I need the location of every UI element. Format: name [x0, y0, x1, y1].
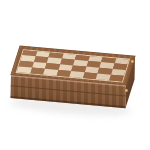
- brass-hinge-icon: [131, 60, 134, 63]
- board-square-dark: [109, 74, 124, 81]
- brass-screw-icon: [125, 89, 128, 92]
- chess-box-photo: [0, 0, 150, 150]
